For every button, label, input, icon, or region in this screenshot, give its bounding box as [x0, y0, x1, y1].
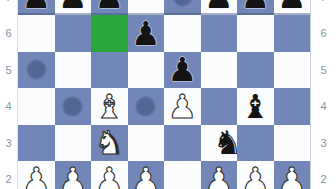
piece-black-bishop[interactable]: ♝ [237, 88, 274, 125]
rank-label-left-5: 5 [0, 52, 17, 89]
square-b6[interactable] [55, 15, 92, 52]
chess-board-viewport: ♟♟♟♟♟♟♟♟♝♟♝♞♞♟♟♟♟♟♟♟ 765432 765432 [0, 0, 336, 189]
ghost-hint-e7 [172, 0, 193, 7]
square-b2[interactable]: ♟ [55, 161, 92, 189]
square-h6[interactable] [274, 15, 311, 52]
ghost-hint-d4 [135, 96, 156, 117]
square-b4[interactable] [55, 88, 92, 125]
rank-label-left-4: 4 [0, 88, 17, 125]
rank-coordinates-left: 765432 [0, 0, 18, 189]
board-top-divider [18, 13, 310, 15]
square-e5[interactable]: ♟ [164, 52, 201, 89]
rank-label-right-4: 4 [311, 88, 336, 125]
piece-white-pawn[interactable]: ♟ [201, 161, 238, 189]
square-d6[interactable]: ♟ [128, 15, 165, 52]
square-f2[interactable]: ♟ [201, 161, 238, 189]
square-c2[interactable]: ♟ [91, 161, 128, 189]
square-d2[interactable]: ♟ [128, 161, 165, 189]
piece-white-pawn[interactable]: ♟ [91, 161, 128, 189]
square-g2[interactable]: ♟ [237, 161, 274, 189]
ghost-hint-b4 [62, 96, 83, 117]
square-a6[interactable] [18, 15, 55, 52]
rank-label-left-7: 7 [0, 0, 17, 15]
square-c5[interactable] [91, 52, 128, 89]
piece-white-bishop[interactable]: ♝ [91, 88, 128, 125]
rank-label-right-2: 2 [311, 161, 336, 189]
rank-label-right-7: 7 [311, 0, 336, 15]
square-a4[interactable] [18, 88, 55, 125]
square-a3[interactable] [18, 125, 55, 162]
piece-black-pawn[interactable]: ♟ [164, 52, 201, 89]
rank-label-left-2: 2 [0, 161, 17, 189]
square-h4[interactable] [274, 88, 311, 125]
square-g6[interactable] [237, 15, 274, 52]
piece-white-pawn[interactable]: ♟ [18, 161, 55, 189]
square-c4[interactable]: ♝ [91, 88, 128, 125]
square-h5[interactable] [274, 52, 311, 89]
square-f3[interactable]: ♞ [201, 125, 238, 162]
square-e6[interactable] [164, 15, 201, 52]
piece-white-knight[interactable]: ♞ [91, 125, 128, 162]
square-g3[interactable] [237, 125, 274, 162]
piece-white-pawn[interactable]: ♟ [237, 161, 274, 189]
square-f5[interactable] [201, 52, 238, 89]
rank-label-left-3: 3 [0, 125, 17, 162]
square-g4[interactable]: ♝ [237, 88, 274, 125]
square-c3[interactable]: ♞ [91, 125, 128, 162]
square-e4[interactable]: ♟ [164, 88, 201, 125]
square-f6[interactable] [201, 15, 238, 52]
square-g5[interactable] [237, 52, 274, 89]
piece-white-pawn[interactable]: ♟ [128, 161, 165, 189]
ghost-hint-a5 [26, 59, 47, 80]
square-e3[interactable] [164, 125, 201, 162]
square-d3[interactable] [128, 125, 165, 162]
square-f4[interactable] [201, 88, 238, 125]
piece-white-pawn[interactable]: ♟ [274, 161, 311, 189]
piece-black-pawn[interactable]: ♟ [128, 15, 165, 52]
square-a2[interactable]: ♟ [18, 161, 55, 189]
square-h3[interactable] [274, 125, 311, 162]
rank-coordinates-right: 765432 [310, 0, 336, 189]
square-a5[interactable] [18, 52, 55, 89]
rank-label-right-3: 3 [311, 125, 336, 162]
chess-board[interactable]: ♟♟♟♟♟♟♟♟♝♟♝♞♞♟♟♟♟♟♟♟ [18, 0, 310, 189]
piece-white-pawn[interactable]: ♟ [55, 161, 92, 189]
rank-label-left-6: 6 [0, 15, 17, 52]
rank-label-right-6: 6 [311, 15, 336, 52]
square-e2[interactable] [164, 161, 201, 189]
square-h2[interactable]: ♟ [274, 161, 311, 189]
square-b3[interactable] [55, 125, 92, 162]
square-b5[interactable] [55, 52, 92, 89]
square-c6[interactable] [91, 15, 128, 52]
square-d4[interactable] [128, 88, 165, 125]
square-d5[interactable] [128, 52, 165, 89]
piece-white-pawn[interactable]: ♟ [164, 88, 201, 125]
rank-label-right-5: 5 [311, 52, 336, 89]
